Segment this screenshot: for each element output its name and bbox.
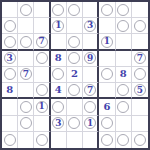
cell-r3c8[interactable]	[116, 34, 132, 50]
cell-r7c1[interactable]	[2, 99, 18, 115]
odd-cell-circle	[68, 52, 80, 64]
cell-r1c5[interactable]	[67, 2, 83, 18]
cell-r3c1[interactable]	[2, 34, 18, 50]
given-digit: 7	[87, 86, 93, 95]
cell-r4c9[interactable]: 7	[132, 51, 148, 67]
cell-r3c6[interactable]	[83, 34, 99, 50]
cell-r4c8[interactable]	[116, 51, 132, 67]
odd-cell-circle	[101, 117, 113, 129]
cell-r8c1[interactable]	[2, 116, 18, 132]
cell-r5c6[interactable]	[83, 67, 99, 83]
given-digit: 1	[38, 102, 44, 111]
cell-r5c1[interactable]	[2, 67, 18, 83]
cell-r8c5[interactable]	[67, 116, 83, 132]
given-digit: 9	[87, 54, 93, 63]
odd-cell-circle	[68, 36, 80, 48]
cell-r7c3[interactable]: 1	[34, 99, 50, 115]
cell-r6c1[interactable]: 8	[2, 83, 18, 99]
odd-cell-circle	[117, 101, 129, 113]
cell-r1c8[interactable]	[116, 2, 132, 18]
given-digit: 2	[71, 69, 78, 79]
cell-r2c3[interactable]	[34, 18, 50, 34]
given-digit: 3	[55, 119, 61, 128]
cell-r8c4[interactable]: 3	[51, 116, 67, 132]
cell-r7c9[interactable]	[132, 99, 148, 115]
cell-r1c7[interactable]	[99, 2, 115, 18]
cell-r6c3[interactable]	[34, 83, 50, 99]
cell-r9c3[interactable]	[34, 132, 50, 148]
cell-r4c6[interactable]: 9	[83, 51, 99, 67]
cell-r6c4[interactable]: 4	[51, 83, 67, 99]
cell-r5c8[interactable]: 8	[116, 67, 132, 83]
odd-cell-circle: 9	[84, 52, 96, 64]
cell-r9c8[interactable]	[116, 132, 132, 148]
odd-cell-circle	[117, 134, 129, 146]
cell-r3c9[interactable]	[132, 34, 148, 50]
odd-cell-circle: 1	[36, 101, 48, 113]
given-digit: 7	[137, 54, 143, 63]
odd-cell-circle	[134, 20, 146, 32]
odd-cell-circle: 1	[101, 36, 113, 48]
cell-r1c9[interactable]	[132, 2, 148, 18]
odd-cell-circle	[36, 52, 48, 64]
cell-r7c2[interactable]	[18, 99, 34, 115]
given-digit: 1	[55, 21, 61, 30]
odd-cell-circle	[20, 117, 32, 129]
odd-cell-circle: 7	[84, 84, 96, 96]
cell-r2c9[interactable]	[132, 18, 148, 34]
cell-r8c7[interactable]	[99, 116, 115, 132]
cell-r1c6[interactable]	[83, 2, 99, 18]
odd-cell-circle	[117, 4, 129, 16]
odd-cell-circle	[101, 68, 113, 80]
odd-cell-circle	[4, 68, 16, 80]
given-digit: 3	[87, 21, 93, 30]
odd-cell-circle	[134, 68, 146, 80]
cell-r5c9[interactable]	[132, 67, 148, 83]
cell-r6c5[interactable]	[67, 83, 83, 99]
cell-r6c7[interactable]	[99, 83, 115, 99]
odd-cell-circle	[20, 4, 32, 16]
sudoku-board: 1371389772884751631	[0, 0, 150, 150]
given-digit: 1	[104, 37, 110, 46]
cell-r3c2[interactable]	[18, 34, 34, 50]
odd-cell-circle: 3	[4, 52, 16, 64]
odd-cell-circle	[52, 101, 64, 113]
odd-cell-circle	[36, 134, 48, 146]
cell-r6c2[interactable]	[18, 83, 34, 99]
odd-cell-circle	[117, 84, 129, 96]
cell-r1c1[interactable]	[2, 2, 18, 18]
cell-r7c8[interactable]	[116, 99, 132, 115]
odd-cell-circle	[52, 4, 64, 16]
given-digit: 5	[137, 86, 143, 95]
odd-cell-circle	[84, 101, 96, 113]
odd-cell-circle: 3	[84, 20, 96, 32]
cell-r8c9[interactable]	[132, 116, 148, 132]
given-digit: 7	[38, 37, 44, 46]
cell-r3c3[interactable]: 7	[34, 34, 50, 50]
odd-cell-circle	[134, 134, 146, 146]
cell-r6c6[interactable]: 7	[83, 83, 99, 99]
odd-cell-circle	[4, 134, 16, 146]
odd-cell-circle	[20, 36, 32, 48]
given-digit: 7	[23, 70, 29, 79]
cell-r1c2[interactable]	[18, 2, 34, 18]
odd-cell-circle	[101, 4, 113, 16]
odd-cell-circle	[36, 84, 48, 96]
cell-r9c6[interactable]	[83, 132, 99, 148]
cell-r5c5[interactable]: 2	[67, 67, 83, 83]
cell-r8c6[interactable]: 1	[83, 116, 99, 132]
cell-r9c7[interactable]	[99, 132, 115, 148]
odd-cell-circle: 7	[134, 52, 146, 64]
cell-r4c2[interactable]	[18, 51, 34, 67]
odd-cell-circle: 5	[134, 84, 146, 96]
cell-r3c5[interactable]	[67, 34, 83, 50]
given-digit: 8	[55, 53, 62, 63]
odd-cell-circle	[117, 20, 129, 32]
odd-cell-circle	[20, 101, 32, 113]
cell-r7c6[interactable]	[83, 99, 99, 115]
given-digit: 8	[120, 69, 127, 79]
cell-r2c2[interactable]	[18, 18, 34, 34]
odd-cell-circle	[68, 117, 80, 129]
cell-r7c5[interactable]	[67, 99, 83, 115]
odd-cell-circle	[68, 84, 80, 96]
cell-r4c3[interactable]	[34, 51, 50, 67]
given-digit: 8	[6, 85, 13, 95]
odd-cell-circle: 3	[52, 117, 64, 129]
cell-r5c2[interactable]: 7	[18, 67, 34, 83]
cell-r9c1[interactable]	[2, 132, 18, 148]
odd-cell-circle: 7	[20, 68, 32, 80]
cell-r2c7[interactable]	[99, 18, 115, 34]
odd-cell-circle: 1	[84, 117, 96, 129]
cell-r4c1[interactable]: 3	[2, 51, 18, 67]
cell-r7c7[interactable]: 6	[99, 99, 115, 115]
cell-r2c8[interactable]	[116, 18, 132, 34]
cell-r8c2[interactable]	[18, 116, 34, 132]
cell-r9c2[interactable]	[18, 132, 34, 148]
cell-r6c9[interactable]: 5	[132, 83, 148, 99]
odd-cell-circle	[4, 20, 16, 32]
odd-cell-circle: 1	[52, 20, 64, 32]
cell-r4c7[interactable]	[99, 51, 115, 67]
cell-r5c4[interactable]	[51, 67, 67, 83]
cell-r9c5[interactable]	[67, 132, 83, 148]
cell-r4c4[interactable]: 8	[51, 51, 67, 67]
cell-r9c9[interactable]	[132, 132, 148, 148]
odd-cell-circle	[68, 4, 80, 16]
given-digit: 3	[6, 54, 12, 63]
odd-cell-circle: 7	[36, 36, 48, 48]
cell-r8c3[interactable]	[34, 116, 50, 132]
cell-r7c4[interactable]	[51, 99, 67, 115]
cell-r5c7[interactable]	[99, 67, 115, 83]
cell-r1c3[interactable]	[34, 2, 50, 18]
cell-r8c8[interactable]	[116, 116, 132, 132]
odd-cell-circle	[4, 36, 16, 48]
given-digit: 1	[87, 119, 93, 128]
cell-r3c4[interactable]	[51, 34, 67, 50]
odd-cell-circle	[101, 134, 113, 146]
cell-r2c6[interactable]: 3	[83, 18, 99, 34]
given-digit: 4	[55, 85, 62, 95]
cell-r2c5[interactable]	[67, 18, 83, 34]
cell-r5c3[interactable]	[34, 67, 50, 83]
cell-r6c8[interactable]	[116, 83, 132, 99]
cell-r2c4[interactable]: 1	[51, 18, 67, 34]
cell-r3c7[interactable]: 1	[99, 34, 115, 50]
cell-r2c1[interactable]	[2, 18, 18, 34]
cell-r9c4[interactable]	[51, 132, 67, 148]
cell-r4c5[interactable]	[67, 51, 83, 67]
odd-cell-circle	[52, 68, 64, 80]
cell-r1c4[interactable]	[51, 2, 67, 18]
given-digit: 6	[103, 102, 110, 112]
